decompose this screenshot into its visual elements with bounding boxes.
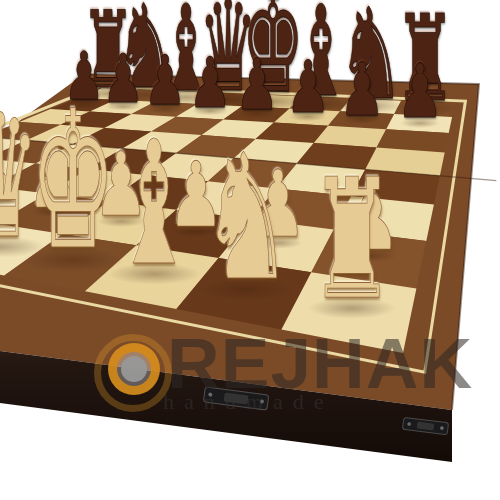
- square-g8: [340, 99, 401, 114]
- chessboard: [0, 0, 500, 500]
- watermark-logo-center: [121, 356, 147, 382]
- watermark-logo-ring-icon: [108, 343, 160, 395]
- watermark-tagline-text: handmade: [163, 391, 333, 413]
- chess-set-product-photo: ♜♞♝♛♚♝♞♜♟♟♟♟♟♟♟♟♟♟♟♟♟♟♟♝♛♚♝♞♜ REJHAK han…: [0, 0, 500, 500]
